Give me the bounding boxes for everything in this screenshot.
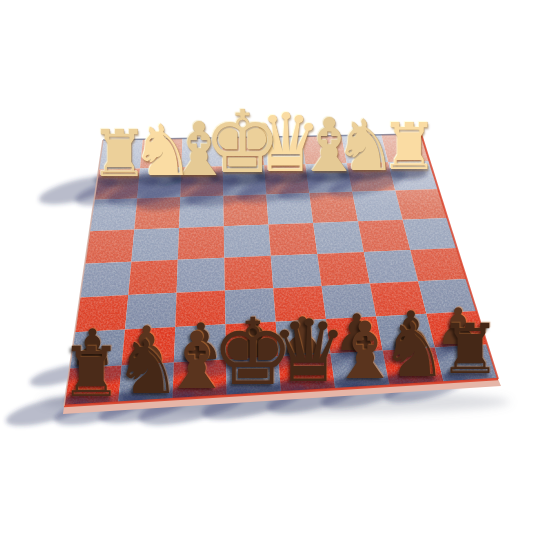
photo-scene: ♜♞♝♛♚♝♞♜♟♟♟♟♟♟♟♟♜♞♝♛♚♝♞♜ — [0, 0, 533, 533]
chess-board[interactable] — [0, 0, 533, 533]
piece-glyph: ♜ — [90, 116, 148, 191]
piece-glyph: ♜ — [61, 332, 123, 412]
piece-black-rook-h8[interactable]: ♜ — [43, 338, 140, 407]
piece-white-rook-h1[interactable]: ♜ — [74, 122, 165, 187]
